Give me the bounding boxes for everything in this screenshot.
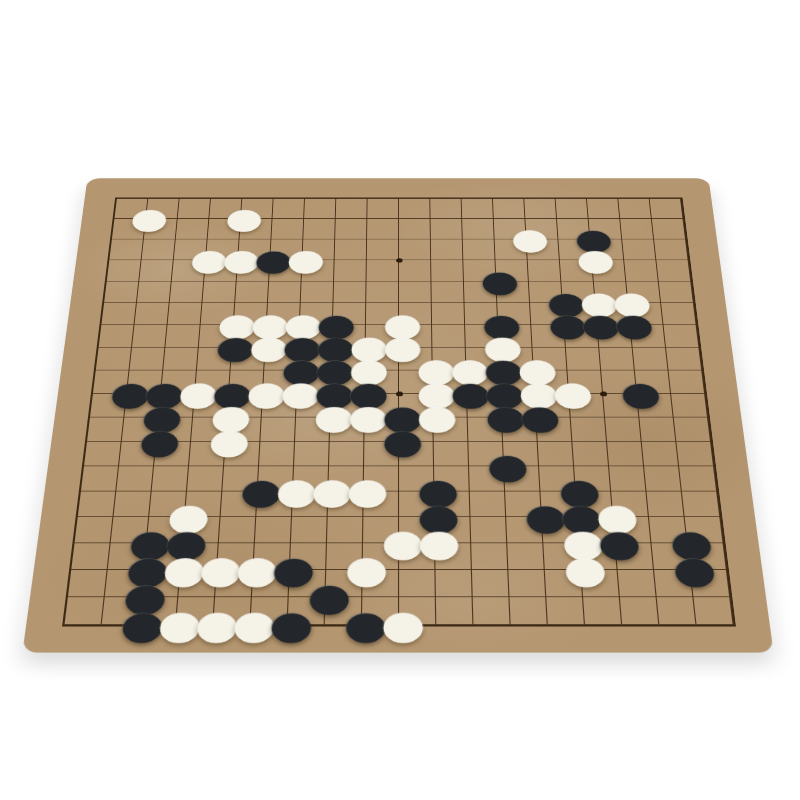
board-point[interactable]: ● [417,504,453,530]
stone-black[interactable]: ● [109,382,146,406]
stone-black[interactable]: ● [557,479,594,504]
board-point[interactable] [640,611,680,639]
board-point[interactable] [351,229,383,250]
board-point[interactable] [417,584,454,612]
board-point[interactable]: ● [575,250,609,271]
board-point[interactable] [278,406,313,430]
stone-white[interactable]: ● [562,557,600,584]
stone-black[interactable]: ● [671,557,710,584]
board-point[interactable] [687,382,724,406]
board-point[interactable] [306,611,344,639]
board-point[interactable] [48,584,88,612]
board-point[interactable] [665,504,704,530]
board-point[interactable] [416,429,451,453]
board-point[interactable] [352,189,384,209]
board-point[interactable] [106,406,143,430]
stone-white[interactable]: ● [198,557,236,584]
stone-white[interactable]: ● [221,250,255,271]
board-point[interactable] [381,504,417,530]
board-point[interactable] [660,454,698,479]
board-point[interactable]: ● [194,611,233,639]
board-point[interactable] [452,504,488,530]
board-point[interactable]: ● [271,557,309,584]
board-point[interactable] [100,454,138,479]
stone-black[interactable]: ● [140,406,177,430]
board-point[interactable] [204,479,241,504]
board-point[interactable] [383,271,416,292]
board-point[interactable] [674,584,714,612]
board-point[interactable] [100,189,134,209]
board-point[interactable] [277,429,313,453]
board-point[interactable] [553,406,589,430]
board-point[interactable] [416,454,451,479]
board-point[interactable] [491,584,529,612]
board-point[interactable] [554,429,590,453]
stone-white[interactable]: ● [231,611,270,639]
board-point[interactable]: ● [523,504,560,530]
board-point[interactable] [415,189,447,209]
board-point[interactable] [242,429,278,453]
stone-white[interactable]: ● [209,406,245,430]
board-point[interactable] [447,271,480,292]
stone-black[interactable]: ● [523,504,560,530]
board-point[interactable] [628,479,666,504]
board-point[interactable] [603,611,643,639]
board-point[interactable] [633,189,667,209]
board-point[interactable]: ● [347,406,382,430]
stone-white[interactable]: ● [286,250,319,271]
board-point[interactable] [170,454,207,479]
board-point[interactable] [276,454,312,479]
board-point[interactable] [701,504,740,530]
board-point[interactable]: ● [124,557,163,584]
board-point[interactable]: ● [510,229,543,250]
board-point[interactable]: ● [109,382,146,406]
board-point[interactable] [194,189,227,209]
board-point[interactable]: ● [209,406,245,430]
board-point[interactable] [233,584,271,612]
board-point[interactable]: ● [207,429,243,453]
board-point[interactable] [44,611,85,639]
board-point[interactable] [347,429,382,453]
board-point[interactable] [244,406,280,430]
board-point[interactable] [94,504,133,530]
board-point[interactable] [684,359,721,382]
board-point[interactable] [350,271,383,292]
board-point[interactable] [273,504,310,530]
board-point[interactable] [527,584,565,612]
board-point[interactable] [154,271,189,292]
board-point[interactable] [598,557,637,584]
board-point[interactable] [571,189,604,209]
board-point[interactable] [451,429,486,453]
board-point[interactable] [681,336,717,359]
board-point[interactable] [676,292,711,314]
board-point[interactable]: ● [580,314,615,336]
stone-black[interactable]: ● [559,504,596,530]
board-point[interactable]: ● [189,250,223,271]
board-point[interactable]: ● [156,611,195,639]
board-point[interactable]: ● [239,479,276,504]
board-point[interactable] [679,314,715,336]
board-point[interactable] [68,429,106,453]
board-point[interactable] [350,250,382,271]
stone-black[interactable]: ● [307,584,345,612]
board-point[interactable] [591,454,628,479]
board-point[interactable] [95,229,129,250]
board-point[interactable] [119,292,154,314]
stone-black[interactable]: ● [417,504,453,530]
stone-black[interactable]: ● [253,250,286,271]
board-point[interactable] [74,382,111,406]
board-point[interactable] [114,336,150,359]
stone-black[interactable]: ● [271,557,309,584]
board-point[interactable] [202,504,239,530]
stone-white[interactable]: ● [161,557,200,584]
board-point[interactable]: ● [613,314,648,336]
board-point[interactable]: ● [138,429,175,453]
board-point[interactable] [185,292,220,314]
board-point[interactable]: ● [198,557,236,584]
board-point[interactable] [86,292,121,314]
board-point[interactable] [383,209,415,229]
board-point[interactable] [320,189,352,209]
board-point[interactable] [345,504,381,530]
board-point[interactable] [587,406,623,430]
board-point[interactable] [288,209,320,229]
board-point[interactable]: ● [307,584,345,612]
stone-white[interactable]: ● [594,504,632,530]
board-point[interactable]: ● [484,406,519,430]
board-point[interactable]: ● [253,250,286,271]
board-point[interactable] [85,584,125,612]
board-point[interactable] [415,250,447,271]
board-point[interactable] [97,479,135,504]
board-point[interactable]: ● [161,557,200,584]
board-point[interactable]: ● [248,336,283,359]
board-point[interactable]: ● [234,557,272,584]
board-point[interactable] [344,584,381,612]
board-point[interactable] [485,429,521,453]
board-point[interactable]: ● [344,557,381,584]
board-point[interactable] [710,584,750,612]
board-point[interactable]: ● [594,504,632,530]
stone-black[interactable]: ● [547,314,582,336]
board-point[interactable] [454,584,492,612]
board-point[interactable] [635,557,674,584]
board-point[interactable] [308,557,345,584]
board-point[interactable] [487,479,523,504]
board-point[interactable] [692,429,730,453]
stone-white[interactable]: ● [510,229,543,250]
board-point[interactable] [522,479,559,504]
board-point[interactable] [415,229,447,250]
board-point[interactable]: ● [140,406,177,430]
board-point[interactable] [130,504,168,530]
board-point[interactable] [452,479,488,504]
board-point[interactable] [669,229,703,250]
board-point[interactable] [381,557,418,584]
board-point[interactable] [447,250,480,271]
stone-white[interactable]: ● [166,504,204,530]
board-point[interactable] [477,189,509,209]
board-point[interactable] [663,479,701,504]
board-point[interactable] [65,454,103,479]
board-point[interactable] [124,250,158,271]
board-point[interactable]: ● [486,454,522,479]
board-point[interactable]: ● [562,557,600,584]
board-point[interactable] [289,189,321,209]
board-point[interactable] [689,406,726,430]
board-point[interactable] [383,189,414,209]
stone-black[interactable]: ● [417,479,453,504]
stone-black[interactable]: ● [480,271,513,292]
board-point[interactable] [173,429,210,453]
board-point[interactable] [320,209,352,229]
board-point[interactable] [714,611,755,639]
board-point[interactable]: ● [224,209,257,229]
board-point[interactable] [193,209,226,229]
board-point[interactable]: ● [313,406,348,430]
board-point[interactable] [488,504,525,530]
board-point[interactable] [71,406,108,430]
board-point[interactable] [635,209,669,229]
board-point[interactable] [270,584,308,612]
board-point[interactable] [147,336,183,359]
board-point[interactable]: ● [382,406,417,430]
stone-white[interactable]: ● [310,479,346,504]
board-point[interactable] [521,454,557,479]
board-point[interactable] [311,454,347,479]
board-point[interactable] [526,557,564,584]
stone-black[interactable]: ● [613,314,648,336]
board-point[interactable] [600,584,639,612]
board-point[interactable] [539,189,572,209]
board-point[interactable] [593,479,630,504]
board-point[interactable] [383,229,415,250]
board-point[interactable]: ● [346,479,382,504]
board-point[interactable] [117,314,152,336]
board-point[interactable]: ● [557,479,594,504]
board-point[interactable]: ● [416,406,451,430]
board-point[interactable] [698,479,736,504]
stone-white[interactable]: ● [129,209,163,229]
board-point[interactable] [241,454,277,479]
board-point[interactable]: ● [215,336,250,359]
board-point[interactable] [446,189,478,209]
stone-white[interactable]: ● [347,406,382,430]
board-point[interactable] [206,454,243,479]
board-point[interactable]: ● [268,611,306,639]
board-point[interactable] [623,429,660,453]
board-point[interactable] [695,454,733,479]
board-point[interactable] [677,611,717,639]
stone-white[interactable]: ● [207,429,243,453]
board-point[interactable] [157,250,191,271]
board-point[interactable] [450,406,485,430]
go-board-mat: ●●●●●●●●●●●●●●●●●●●●●●●●●●●●●●●●●●●●●●●●… [22,178,773,652]
board-point[interactable] [183,314,218,336]
board-point[interactable]: ● [480,271,513,292]
stone-black[interactable]: ● [382,429,417,453]
board-point[interactable] [80,336,116,359]
stone-white[interactable]: ● [275,479,311,504]
board-point[interactable] [455,611,493,639]
board-point[interactable] [415,271,448,292]
board-point[interactable] [383,250,415,271]
board-point[interactable] [478,209,510,229]
board-point[interactable]: ● [417,479,453,504]
board-point[interactable] [103,429,140,453]
board-point[interactable] [122,271,157,292]
board-point[interactable] [637,229,671,250]
board-point[interactable] [62,479,100,504]
board-point[interactable] [89,271,124,292]
board-point[interactable] [448,314,482,336]
board-point[interactable] [621,406,658,430]
stone-black[interactable]: ● [486,454,522,479]
stone-black[interactable]: ● [119,611,159,639]
stone-white[interactable]: ● [416,406,451,430]
board-point[interactable] [150,314,185,336]
board-point[interactable]: ● [279,382,314,406]
stone-black[interactable]: ● [138,429,175,453]
board-point[interactable]: ● [382,429,417,453]
board-point[interactable] [451,454,487,479]
board-point[interactable] [175,406,211,430]
board-point[interactable] [238,504,275,530]
board-point[interactable] [492,611,530,639]
board-point[interactable]: ● [122,584,161,612]
board-point[interactable]: ● [380,611,417,639]
board-point[interactable] [625,454,662,479]
board-point[interactable] [658,429,695,453]
board-point[interactable]: ● [619,382,655,406]
board-point[interactable]: ● [547,314,582,336]
board-point[interactable] [152,292,187,314]
stone-white[interactable]: ● [344,557,381,584]
stone-white[interactable]: ● [156,611,195,639]
board-point[interactable] [181,336,216,359]
board-point[interactable] [92,250,127,271]
board-point[interactable] [666,209,700,229]
board-point[interactable] [453,557,490,584]
stone-black[interactable]: ● [122,584,161,612]
board-point[interactable] [707,557,747,584]
board-point[interactable]: ● [671,557,710,584]
board-point[interactable] [446,209,478,229]
board-point[interactable]: ● [286,250,319,271]
stone-black[interactable]: ● [382,406,417,430]
board-point[interactable] [309,504,345,530]
board-point[interactable] [168,479,205,504]
board-point[interactable]: ● [221,250,255,271]
board-point[interactable] [381,454,416,479]
board-point[interactable]: ● [310,479,346,504]
board-point[interactable] [602,189,635,209]
board-point[interactable] [97,209,131,229]
stone-white[interactable]: ● [575,250,609,271]
stone-white[interactable]: ● [346,479,382,504]
stone-white[interactable]: ● [189,250,223,271]
board-point[interactable] [312,429,347,453]
board-point[interactable] [418,611,456,639]
board-point[interactable] [529,611,568,639]
stone-black[interactable]: ● [124,557,163,584]
board-point[interactable] [51,557,91,584]
board-point[interactable]: ● [559,504,596,530]
board-point[interactable] [159,584,198,612]
stone-black[interactable]: ● [484,406,519,430]
board-point[interactable] [381,584,418,612]
board-point[interactable]: ● [129,209,163,229]
board-point[interactable] [351,209,383,229]
board-point[interactable]: ● [275,479,311,504]
board-point[interactable] [196,584,235,612]
stone-black[interactable]: ● [343,611,381,639]
board-point[interactable] [83,314,119,336]
board-point[interactable] [135,454,172,479]
board-point[interactable] [133,479,171,504]
board-point[interactable] [630,504,668,530]
board-point[interactable] [381,479,417,504]
stone-black[interactable]: ● [580,314,615,336]
board-point[interactable] [637,584,676,612]
board-point[interactable] [478,229,511,250]
board-point[interactable] [564,584,603,612]
board-point[interactable] [448,292,481,314]
stone-white[interactable]: ● [313,406,348,430]
board-point[interactable] [415,209,447,229]
board-point[interactable] [674,271,709,292]
board-point[interactable]: ● [231,611,270,639]
board-point[interactable] [589,429,626,453]
board-point[interactable] [566,611,605,639]
stone-white[interactable]: ● [279,382,314,406]
board-point[interactable]: ● [166,504,204,530]
stone-white[interactable]: ● [248,336,283,359]
board-point[interactable] [417,557,454,584]
board-point[interactable] [655,406,692,430]
stone-white[interactable]: ● [380,611,417,639]
board-point[interactable] [490,557,528,584]
board-point[interactable]: ● [119,611,159,639]
board-point[interactable] [556,454,593,479]
stone-black[interactable]: ● [519,406,555,430]
stone-white[interactable]: ● [234,557,272,584]
board-point[interactable] [58,504,97,530]
go-board: ●●●●●●●●●●●●●●●●●●●●●●●●●●●●●●●●●●●●●●●●… [44,189,754,639]
board-point[interactable] [88,557,127,584]
stone-black[interactable]: ● [619,382,655,406]
board-point[interactable]: ● [343,611,381,639]
stone-black[interactable]: ● [268,611,306,639]
stone-black[interactable]: ● [239,479,276,504]
board-point[interactable]: ● [519,406,555,430]
board-point[interactable] [664,189,698,209]
board-point[interactable] [447,229,479,250]
board-point[interactable] [81,611,121,639]
board-point[interactable] [77,359,114,382]
board-point[interactable] [520,429,556,453]
stone-black[interactable]: ● [215,336,250,359]
board-point[interactable] [639,250,673,271]
stone-white[interactable]: ● [224,209,257,229]
board-point[interactable] [671,250,706,271]
board-point[interactable] [508,189,540,209]
board-point[interactable] [346,454,381,479]
stone-white[interactable]: ● [194,611,233,639]
